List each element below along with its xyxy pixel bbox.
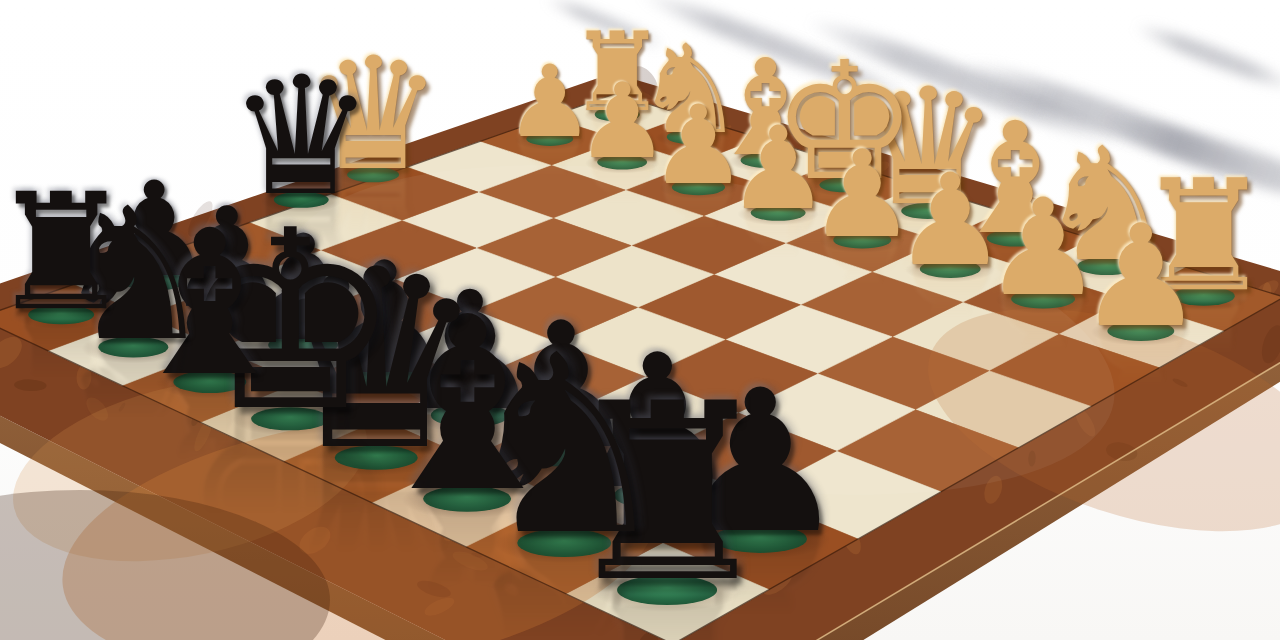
chess-board [0, 0, 1280, 640]
chess-set-product-photo: ♜♜♞♞♝♝♛♛♚♚♝♝♞♞♜♜♟♟♟♟♟♟♟♟♟♟♟♟♟♟♟♟♛♛♛♛♟♟♟♟… [0, 0, 1280, 640]
